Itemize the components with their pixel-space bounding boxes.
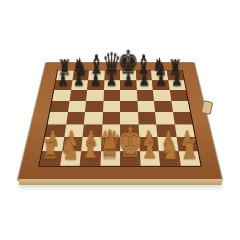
piece-black-pawn: ♟ [139, 71, 150, 89]
square-h1: ♜ [178, 151, 200, 166]
square-g5 [154, 101, 173, 112]
board-clasp [201, 100, 213, 115]
square-a6 [52, 90, 71, 101]
square-b4 [66, 112, 85, 124]
square-h5 [171, 101, 190, 112]
piece-black-pawn: ♟ [122, 71, 133, 89]
piece-white-knight: ♞ [160, 132, 180, 163]
square-f6 [136, 90, 153, 101]
square-g4 [155, 112, 174, 124]
square-g6 [153, 90, 171, 101]
square-d7: ♟ [104, 80, 120, 90]
piece-black-pawn: ♟ [73, 71, 84, 89]
square-e7: ♟ [120, 80, 136, 90]
square-d6 [103, 90, 120, 101]
piece-black-pawn: ♟ [106, 71, 117, 89]
square-g1: ♞ [159, 151, 181, 166]
square-a4 [48, 112, 68, 124]
square-h4 [173, 112, 193, 124]
piece-black-pawn: ♟ [57, 71, 68, 89]
square-c5 [85, 101, 103, 112]
square-d5 [103, 101, 121, 112]
chess-board: ♜♞♝♛♚♝♞♜♟♟♟♟♟♟♟♟♟♟♟♟♟♟♟♟♜♞♝♛♚♝♞♜ [18, 62, 223, 180]
square-b7: ♟ [71, 80, 88, 90]
chess-set-photo: ♜♞♝♛♚♝♞♜♟♟♟♟♟♟♟♟♟♟♟♟♟♟♟♟♜♞♝♛♚♝♞♜ [0, 0, 240, 240]
piece-black-pawn: ♟ [90, 71, 101, 89]
square-c7: ♟ [87, 80, 104, 90]
square-e6 [120, 90, 137, 101]
square-h6 [169, 90, 188, 101]
square-f7: ♟ [136, 80, 153, 90]
square-a7: ♟ [54, 80, 72, 90]
square-a5 [50, 101, 69, 112]
piece-white-rook: ♜ [41, 136, 59, 163]
square-a1: ♜ [40, 151, 62, 166]
square-f5 [137, 101, 155, 112]
board-front-edge [19, 179, 222, 185]
square-g7: ♟ [152, 80, 169, 90]
square-e5 [120, 101, 138, 112]
piece-white-knight: ♞ [60, 132, 80, 163]
playing-area: ♜♞♝♛♚♝♞♜♟♟♟♟♟♟♟♟♟♟♟♟♟♟♟♟♜♞♝♛♚♝♞♜ [38, 70, 202, 167]
square-f1: ♝ [139, 151, 160, 166]
square-b5 [68, 101, 87, 112]
square-e1: ♚ [120, 151, 140, 166]
square-c6 [86, 90, 103, 101]
piece-black-pawn: ♟ [171, 71, 182, 89]
piece-white-rook: ♜ [181, 136, 199, 163]
square-b1: ♞ [60, 151, 82, 166]
square-h7: ♟ [168, 80, 186, 90]
square-b6 [69, 90, 87, 101]
piece-black-pawn: ♟ [155, 71, 166, 89]
piece-white-bishop: ♝ [139, 130, 160, 163]
